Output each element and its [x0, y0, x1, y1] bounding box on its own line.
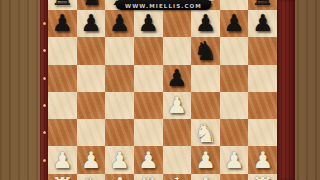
- square-a1[interactable]: ♜: [48, 174, 77, 180]
- board-frame-right: [277, 0, 295, 180]
- square-b8[interactable]: ♞: [77, 0, 106, 10]
- piece-black-pawn-g7[interactable]: ♟: [224, 12, 245, 35]
- square-a2[interactable]: ♟: [48, 146, 77, 173]
- square-g4[interactable]: [220, 92, 249, 119]
- piece-black-pawn-d7[interactable]: ♟: [138, 12, 159, 35]
- piece-black-knight-b8[interactable]: ♞: [79, 0, 102, 9]
- square-d2[interactable]: ♟: [134, 146, 163, 173]
- piece-white-knight-b1[interactable]: ♞: [79, 174, 102, 180]
- square-g6[interactable]: [220, 37, 249, 64]
- piece-black-pawn-f7[interactable]: ♟: [195, 12, 216, 35]
- square-c3[interactable]: [105, 119, 134, 146]
- square-b2[interactable]: ♟: [77, 146, 106, 173]
- piece-black-pawn-b7[interactable]: ♟: [81, 12, 102, 35]
- piece-black-rook-a8[interactable]: ♜: [51, 0, 74, 9]
- square-g5[interactable]: [220, 65, 249, 92]
- square-a5[interactable]: [48, 65, 77, 92]
- board-frame-left: [40, 0, 48, 180]
- square-e5[interactable]: ♟: [163, 65, 192, 92]
- piece-white-queen-d1[interactable]: ♛: [137, 174, 160, 180]
- piece-black-knight-f6[interactable]: ♞: [194, 38, 217, 64]
- square-a6[interactable]: [48, 37, 77, 64]
- video-frame: ♜♞♝♛♚♝♜♟♟♟♟♟♟♟♞♟♟♞♟♟♟♟♟♟♟♜♞♝♛♚♝♜ WWW.MIE…: [0, 0, 320, 180]
- piece-white-king-e1[interactable]: ♚: [165, 174, 188, 180]
- square-g8[interactable]: [220, 0, 249, 10]
- piece-white-pawn-f2[interactable]: ♟: [195, 149, 216, 172]
- square-d3[interactable]: [134, 119, 163, 146]
- square-f6[interactable]: ♞: [191, 37, 220, 64]
- piece-white-pawn-b2[interactable]: ♟: [81, 149, 102, 172]
- square-b4[interactable]: [77, 92, 106, 119]
- watermark-banner: WWW.MIELLIS.COM: [116, 0, 211, 10]
- rank-marker-2: 2: [43, 159, 46, 162]
- square-d6[interactable]: [134, 37, 163, 64]
- square-b1[interactable]: ♞: [77, 174, 106, 180]
- square-e3[interactable]: [163, 119, 192, 146]
- square-d5[interactable]: [134, 65, 163, 92]
- square-c2[interactable]: ♟: [105, 146, 134, 173]
- square-f5[interactable]: [191, 65, 220, 92]
- square-a8[interactable]: ♜: [48, 0, 77, 10]
- square-b5[interactable]: [77, 65, 106, 92]
- square-e2[interactable]: [163, 146, 192, 173]
- square-g7[interactable]: ♟: [220, 10, 249, 37]
- piece-black-pawn-a7[interactable]: ♟: [52, 12, 73, 35]
- square-c1[interactable]: ♝: [105, 174, 134, 180]
- piece-black-pawn-h7[interactable]: ♟: [252, 12, 273, 35]
- square-b6[interactable]: [77, 37, 106, 64]
- piece-white-knight-f3[interactable]: ♞: [194, 120, 217, 146]
- square-d4[interactable]: [134, 92, 163, 119]
- square-a4[interactable]: [48, 92, 77, 119]
- square-f3[interactable]: ♞: [191, 119, 220, 146]
- piece-white-pawn-c2[interactable]: ♟: [109, 149, 130, 172]
- rank-marker-4: 4: [43, 104, 46, 107]
- square-e6[interactable]: [163, 37, 192, 64]
- piece-white-pawn-d2[interactable]: ♟: [138, 149, 159, 172]
- square-a7[interactable]: ♟: [48, 10, 77, 37]
- piece-white-pawn-h2[interactable]: ♟: [252, 149, 273, 172]
- piece-white-bishop-f1[interactable]: ♝: [194, 174, 217, 180]
- square-h8[interactable]: ♜: [248, 0, 277, 10]
- square-b3[interactable]: [77, 119, 106, 146]
- square-h4[interactable]: [248, 92, 277, 119]
- piece-white-pawn-e4[interactable]: ♟: [167, 94, 188, 117]
- square-h6[interactable]: [248, 37, 277, 64]
- rank-marker-5: 5: [43, 77, 46, 80]
- piece-white-bishop-c1[interactable]: ♝: [108, 174, 131, 180]
- square-h1[interactable]: ♜: [248, 174, 277, 180]
- square-c6[interactable]: [105, 37, 134, 64]
- square-g1[interactable]: [220, 174, 249, 180]
- square-f2[interactable]: ♟: [191, 146, 220, 173]
- square-g2[interactable]: ♟: [220, 146, 249, 173]
- square-h2[interactable]: ♟: [248, 146, 277, 173]
- piece-white-pawn-a2[interactable]: ♟: [52, 149, 73, 172]
- square-h7[interactable]: ♟: [248, 10, 277, 37]
- square-c4[interactable]: [105, 92, 134, 119]
- square-a3[interactable]: [48, 119, 77, 146]
- watermark-text: WWW.MIELLIS.COM: [125, 3, 202, 9]
- square-b7[interactable]: ♟: [77, 10, 106, 37]
- square-e1[interactable]: ♚: [163, 174, 192, 180]
- piece-black-pawn-e5[interactable]: ♟: [167, 67, 188, 90]
- square-f4[interactable]: [191, 92, 220, 119]
- chess-board: ♜♞♝♛♚♝♜♟♟♟♟♟♟♟♞♟♟♞♟♟♟♟♟♟♟♜♞♝♛♚♝♜: [48, 0, 277, 180]
- square-d1[interactable]: ♛: [134, 174, 163, 180]
- square-g3[interactable]: [220, 119, 249, 146]
- piece-black-rook-h8[interactable]: ♜: [251, 0, 274, 9]
- square-e4[interactable]: ♟: [163, 92, 192, 119]
- piece-white-rook-a1[interactable]: ♜: [51, 174, 74, 180]
- square-c5[interactable]: [105, 65, 134, 92]
- piece-white-pawn-g2[interactable]: ♟: [224, 149, 245, 172]
- square-h5[interactable]: [248, 65, 277, 92]
- rank-marker-7: 7: [43, 22, 46, 25]
- square-f1[interactable]: ♝: [191, 174, 220, 180]
- piece-black-pawn-c7[interactable]: ♟: [109, 12, 130, 35]
- square-h3[interactable]: [248, 119, 277, 146]
- piece-white-rook-h1[interactable]: ♜: [251, 174, 274, 180]
- square-e7[interactable]: [163, 10, 192, 37]
- square-f7[interactable]: ♟: [191, 10, 220, 37]
- square-c7[interactable]: ♟: [105, 10, 134, 37]
- square-d7[interactable]: ♟: [134, 10, 163, 37]
